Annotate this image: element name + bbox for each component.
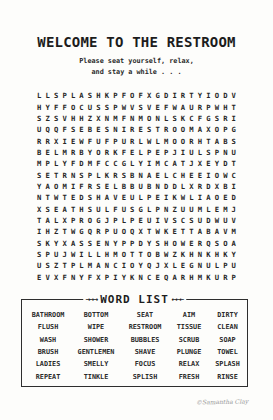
grid-cell-r13c12: Q xyxy=(128,226,136,237)
grid-cell-r16c5: P xyxy=(69,260,77,271)
artist-signature: ©Samantha Clay xyxy=(196,398,248,406)
grid-cell-r6c4: M xyxy=(60,147,68,158)
grid-cell-r12c10: P xyxy=(111,215,119,226)
grid-cell-r15c11: O xyxy=(120,249,128,260)
grid-cell-r16c1: U xyxy=(35,260,43,271)
grid-cell-r15c5: W xyxy=(69,249,77,260)
word-list-item: PLUNGE xyxy=(169,346,209,358)
grid-cell-r17c7: F xyxy=(86,272,94,283)
grid-cell-r9c13: U xyxy=(136,181,144,192)
grid-cell-r13c3: Z xyxy=(52,226,60,237)
grid-cell-r2c9: S xyxy=(103,101,111,112)
grid-cell-r1c12: O xyxy=(128,90,136,101)
grid-cell-r14c1: S xyxy=(35,237,43,248)
grid-cell-r4c16: R xyxy=(162,124,170,135)
grid-cell-r12c7: O xyxy=(86,215,94,226)
word-list-item: FLUSH xyxy=(25,321,71,333)
grid-cell-r7c15: M xyxy=(153,158,161,169)
letter-grid: LLSPLASHKPFOFXGDIRTYIODVHYFFOCUSSPWVSVEF… xyxy=(35,90,238,283)
word-list-item: AIM xyxy=(169,309,209,321)
grid-cell-r4c15: T xyxy=(153,124,161,135)
grid-cell-r6c18: I xyxy=(179,147,187,158)
grid-cell-r5c5: E xyxy=(69,135,77,146)
grid-cell-r5c8: U xyxy=(94,135,102,146)
grid-cell-r5c9: F xyxy=(103,135,111,146)
grid-cell-r3c21: G xyxy=(204,113,212,124)
grid-cell-r11c21: L xyxy=(204,203,212,214)
grid-cell-r6c6: B xyxy=(77,147,85,158)
grid-cell-r17c14: C xyxy=(145,272,153,283)
grid-cell-r9c20: R xyxy=(196,181,204,192)
grid-cell-r8c11: S xyxy=(120,169,128,180)
grid-cell-r17c9: P xyxy=(103,272,111,283)
grid-cell-r15c8: L xyxy=(94,249,102,260)
grid-cell-r16c18: E xyxy=(179,260,187,271)
grid-cell-r14c10: Y xyxy=(111,237,119,248)
word-list-item: RELAX xyxy=(169,358,209,370)
grid-cell-r1c18: R xyxy=(179,90,187,101)
grid-cell-r12c22: W xyxy=(213,215,221,226)
grid-cell-r4c23: P xyxy=(221,124,229,135)
grid-cell-r6c16: P xyxy=(162,147,170,158)
grid-cell-r15c18: K xyxy=(179,249,187,260)
grid-cell-r5c1: R xyxy=(35,135,43,146)
grid-cell-r4c8: E xyxy=(94,124,102,135)
grid-cell-r3c6: H xyxy=(77,113,85,124)
grid-cell-r5c20: H xyxy=(196,135,204,146)
grid-cell-r11c17: Z xyxy=(170,203,178,214)
grid-cell-r3c4: V xyxy=(60,113,68,124)
grid-cell-r7c16: C xyxy=(162,158,170,169)
grid-cell-r6c23: N xyxy=(221,147,229,158)
grid-cell-r16c13: Y xyxy=(136,260,144,271)
grid-cell-r8c17: C xyxy=(170,169,178,180)
grid-cell-r12c14: U xyxy=(145,215,153,226)
grid-cell-r13c8: R xyxy=(94,226,102,237)
grid-cell-r1c10: P xyxy=(111,90,119,101)
grid-cell-r8c14: A xyxy=(145,169,153,180)
word-list-title: WORD LIST xyxy=(100,293,169,306)
grid-cell-r2c11: W xyxy=(120,101,128,112)
grid-cell-r12c1: T xyxy=(35,215,43,226)
grid-cell-r15c15: B xyxy=(153,249,161,260)
grid-cell-r12c3: L xyxy=(52,215,60,226)
grid-cell-r8c12: B xyxy=(128,169,136,180)
grid-cell-r17c4: F xyxy=(60,272,68,283)
grid-cell-r7c1: M xyxy=(35,158,43,169)
grid-cell-r16c12: O xyxy=(128,260,136,271)
word-list-item: LADIES xyxy=(25,358,71,370)
grid-cell-r12c8: G xyxy=(94,215,102,226)
grid-cell-r1c6: A xyxy=(77,90,85,101)
grid-cell-r11c1: X xyxy=(35,203,43,214)
word-list-item: TISSUE xyxy=(169,321,209,333)
grid-cell-r10c20: I xyxy=(196,192,204,203)
grid-cell-r5c21: T xyxy=(204,135,212,146)
grid-cell-r6c11: F xyxy=(120,147,128,158)
grid-cell-r12c4: X xyxy=(60,215,68,226)
grid-cell-r1c9: K xyxy=(103,90,111,101)
grid-cell-r6c12: E xyxy=(128,147,136,158)
grid-cell-r8c19: E xyxy=(187,169,195,180)
grid-cell-r6c8: O xyxy=(94,147,102,158)
grid-cell-r5c14: W xyxy=(145,135,153,146)
grid-cell-r9c3: O xyxy=(52,181,60,192)
grid-cell-r14c14: Y xyxy=(145,237,153,248)
grid-cell-r11c20: M xyxy=(196,203,204,214)
grid-cell-r11c9: L xyxy=(103,203,111,214)
grid-cell-r9c1: Y xyxy=(35,181,43,192)
grid-cell-r5c12: R xyxy=(128,135,136,146)
grid-cell-r11c10: F xyxy=(111,203,119,214)
grid-cell-r4c9: S xyxy=(103,124,111,135)
grid-cell-r7c7: M xyxy=(86,158,94,169)
grid-cell-r13c9: P xyxy=(103,226,111,237)
grid-cell-r14c20: R xyxy=(196,237,204,248)
grid-cell-r9c9: E xyxy=(103,181,111,192)
grid-cell-r13c1: I xyxy=(35,226,43,237)
grid-cell-r9c10: L xyxy=(111,181,119,192)
grid-cell-r16c9: N xyxy=(103,260,111,271)
grid-cell-r3c7: Z xyxy=(86,113,94,124)
grid-cell-r6c17: J xyxy=(170,147,178,158)
grid-cell-r5c11: U xyxy=(120,135,128,146)
grid-cell-r2c7: U xyxy=(86,101,94,112)
grid-cell-r16c2: S xyxy=(43,260,51,271)
grid-cell-r9c7: R xyxy=(86,181,94,192)
grid-cell-r10c9: A xyxy=(103,192,111,203)
word-list-item: RESTROOM xyxy=(121,321,169,333)
grid-cell-r4c21: X xyxy=(204,124,212,135)
grid-cell-r7c3: L xyxy=(52,158,60,169)
grid-cell-r8c9: K xyxy=(103,169,111,180)
grid-cell-r7c2: P xyxy=(43,158,51,169)
grid-cell-r16c10: C xyxy=(111,260,119,271)
grid-cell-r7c8: F xyxy=(94,158,102,169)
grid-cell-r17c12: K xyxy=(128,272,136,283)
grid-cell-r17c24: P xyxy=(230,272,238,283)
grid-cell-r6c7: Y xyxy=(86,147,94,158)
grid-cell-r13c17: E xyxy=(170,226,178,237)
grid-cell-r4c2: Q xyxy=(43,124,51,135)
grid-cell-r14c12: P xyxy=(128,237,136,248)
word-list-item: TOWEL xyxy=(209,346,246,358)
word-list-item: RINSE xyxy=(209,370,246,382)
grid-cell-r3c14: O xyxy=(145,113,153,124)
grid-cell-r4c24: G xyxy=(230,124,238,135)
grid-cell-r13c4: T xyxy=(60,226,68,237)
grid-cell-r5c3: X xyxy=(52,135,60,146)
subtitle-line-2: and stay a while . . . xyxy=(0,67,273,78)
grid-cell-r17c17: A xyxy=(170,272,178,283)
word-list-item: BUBBLES xyxy=(121,334,169,346)
grid-cell-r9c2: A xyxy=(43,181,51,192)
grid-cell-r8c4: R xyxy=(60,169,68,180)
grid-cell-r10c5: E xyxy=(69,192,77,203)
grid-cell-r10c14: P xyxy=(145,192,153,203)
grid-cell-r5c23: B xyxy=(221,135,229,146)
grid-cell-r2c22: W xyxy=(213,101,221,112)
grid-cell-r6c13: L xyxy=(136,147,144,158)
page-title: WELCOME TO THE RESTROOM xyxy=(0,34,273,50)
grid-cell-r9c17: D xyxy=(170,181,178,192)
grid-cell-r15c6: I xyxy=(77,249,85,260)
grid-cell-r6c14: P xyxy=(145,147,153,158)
grid-cell-r13c10: U xyxy=(111,226,119,237)
grid-cell-r17c22: U xyxy=(213,272,221,283)
grid-cell-r1c2: L xyxy=(43,90,51,101)
grid-cell-r6c9: R xyxy=(103,147,111,158)
grid-cell-r6c5: R xyxy=(69,147,77,158)
grid-cell-r17c20: M xyxy=(196,272,204,283)
grid-cell-r5c7: F xyxy=(86,135,94,146)
grid-cell-r1c11: F xyxy=(120,90,128,101)
word-list-item: SCRUB xyxy=(169,334,209,346)
word-list-item: WASH xyxy=(25,334,71,346)
word-list-item: SEAT xyxy=(121,309,169,321)
grid-cell-r13c18: T xyxy=(179,226,187,237)
grid-cell-r6c20: L xyxy=(196,147,204,158)
grid-cell-r9c18: L xyxy=(179,181,187,192)
grid-cell-r13c14: T xyxy=(145,226,153,237)
grid-cell-r7c10: C xyxy=(111,158,119,169)
grid-cell-r16c7: M xyxy=(86,260,94,271)
grid-cell-r14c18: W xyxy=(179,237,187,248)
grid-cell-r1c21: I xyxy=(204,90,212,101)
grid-cell-r8c10: R xyxy=(111,169,119,180)
grid-cell-r15c7: L xyxy=(86,249,94,260)
grid-cell-r5c19: R xyxy=(187,135,195,146)
grid-cell-r10c23: E xyxy=(221,192,229,203)
grid-cell-r2c4: F xyxy=(60,101,68,112)
grid-cell-r1c17: I xyxy=(170,90,178,101)
grid-cell-r14c24: A xyxy=(230,237,238,248)
grid-cell-r3c2: Z xyxy=(43,113,51,124)
grid-cell-r7c20: X xyxy=(196,158,204,169)
grid-cell-r13c23: V xyxy=(221,226,229,237)
grid-cell-r1c13: F xyxy=(136,90,144,101)
grid-cell-r16c20: N xyxy=(196,260,204,271)
grid-cell-r10c10: V xyxy=(111,192,119,203)
grid-cell-r15c1: S xyxy=(35,249,43,260)
grid-cell-r12c6: R xyxy=(77,215,85,226)
grid-cell-r7c19: J xyxy=(187,158,195,169)
grid-cell-r12c24: V xyxy=(230,215,238,226)
grid-cell-r1c4: P xyxy=(60,90,68,101)
grid-cell-r17c10: I xyxy=(111,272,119,283)
grid-cell-r7c6: D xyxy=(77,158,85,169)
grid-cell-r9c14: B xyxy=(145,181,153,192)
grid-cell-r4c5: S xyxy=(69,124,77,135)
grid-cell-r12c23: U xyxy=(221,215,229,226)
grid-cell-r13c2: H xyxy=(43,226,51,237)
grid-cell-r3c8: X xyxy=(94,113,102,124)
grid-cell-r12c12: P xyxy=(128,215,136,226)
grid-cell-r13c19: T xyxy=(187,226,195,237)
word-list-item: FOCUS xyxy=(121,358,169,370)
grid-cell-r10c17: K xyxy=(170,192,178,203)
grid-cell-r14c16: H xyxy=(162,237,170,248)
grid-cell-r14c17: O xyxy=(170,237,178,248)
grid-cell-r7c23: D xyxy=(221,158,229,169)
grid-cell-r8c15: E xyxy=(153,169,161,180)
grid-cell-r7c17: A xyxy=(170,158,178,169)
subtitle-line-1: Please seat yourself, relax, xyxy=(0,56,273,67)
grid-cell-r2c6: C xyxy=(77,101,85,112)
grid-cell-r8c22: O xyxy=(213,169,221,180)
grid-cell-r11c16: N xyxy=(162,203,170,214)
grid-cell-r4c10: N xyxy=(111,124,119,135)
grid-cell-r3c18: K xyxy=(179,113,187,124)
grid-cell-r9c12: B xyxy=(128,181,136,192)
grid-cell-r12c13: E xyxy=(136,215,144,226)
grid-cell-r7c14: I xyxy=(145,158,153,169)
grid-cell-r11c7: S xyxy=(86,203,94,214)
grid-cell-r7c13: Y xyxy=(136,158,144,169)
grid-cell-r11c4: A xyxy=(60,203,68,214)
word-list-header: →→→ WORD LIST ←←← xyxy=(83,293,187,306)
grid-cell-r6c21: S xyxy=(204,147,212,158)
grid-cell-r7c5: F xyxy=(69,158,77,169)
grid-cell-r16c24: U xyxy=(230,260,238,271)
grid-cell-r12c16: V xyxy=(162,215,170,226)
grid-cell-r14c7: S xyxy=(86,237,94,248)
grid-cell-r13c22: A xyxy=(213,226,221,237)
grid-cell-r8c2: E xyxy=(43,169,51,180)
grid-cell-r1c19: T xyxy=(187,90,195,101)
grid-cell-r17c8: X xyxy=(94,272,102,283)
grid-cell-r14c21: Q xyxy=(204,237,212,248)
grid-cell-r10c11: E xyxy=(120,192,128,203)
grid-cell-r16c19: G xyxy=(187,260,195,271)
grid-cell-r14c11: P xyxy=(120,237,128,248)
grid-cell-r6c22: P xyxy=(213,147,221,158)
grid-cell-r2c8: S xyxy=(94,101,102,112)
grid-cell-r16c22: L xyxy=(213,260,221,271)
grid-cell-r13c15: W xyxy=(153,226,161,237)
grid-cell-r10c3: W xyxy=(52,192,60,203)
grid-cell-r8c23: W xyxy=(221,169,229,180)
grid-cell-r16c14: Q xyxy=(145,260,153,271)
grid-cell-r9c6: F xyxy=(77,181,85,192)
grid-cell-r5c4: I xyxy=(60,135,68,146)
grid-cell-r13c5: W xyxy=(69,226,77,237)
grid-cell-r11c6: H xyxy=(77,203,85,214)
grid-cell-r12c17: S xyxy=(170,215,178,226)
grid-cell-r11c23: M xyxy=(221,203,229,214)
grid-cell-r2c23: H xyxy=(221,101,229,112)
grid-cell-r14c4: X xyxy=(60,237,68,248)
grid-cell-r15c9: H xyxy=(103,249,111,260)
grid-cell-r11c22: E xyxy=(213,203,221,214)
grid-cell-r11c18: U xyxy=(179,203,187,214)
grid-cell-r11c13: G xyxy=(136,203,144,214)
grid-cell-r8c6: S xyxy=(77,169,85,180)
grid-cell-r4c7: B xyxy=(86,124,94,135)
grid-cell-r2c12: V xyxy=(128,101,136,112)
grid-cell-r1c24: V xyxy=(230,90,238,101)
word-list-item: BRUSH xyxy=(25,346,71,358)
grid-cell-r14c19: E xyxy=(187,237,195,248)
grid-cell-r16c11: I xyxy=(120,260,128,271)
grid-cell-r12c2: A xyxy=(43,215,51,226)
grid-cell-r4c22: O xyxy=(213,124,221,135)
grid-cell-r2c20: R xyxy=(196,101,204,112)
grid-cell-r14c3: Y xyxy=(52,237,60,248)
grid-cell-r10c24: D xyxy=(230,192,238,203)
grid-cell-r2c5: O xyxy=(69,101,77,112)
grid-cell-r1c7: S xyxy=(86,90,94,101)
grid-cell-r17c16: Q xyxy=(162,272,170,283)
grid-cell-r10c13: L xyxy=(136,192,144,203)
word-list-item: SHOWER xyxy=(71,334,121,346)
grid-cell-r13c16: K xyxy=(162,226,170,237)
grid-cell-r17c18: R xyxy=(179,272,187,283)
word-list-item: TINKLE xyxy=(71,370,121,382)
grid-cell-r10c21: A xyxy=(204,192,212,203)
word-list-item: FRESH xyxy=(169,370,209,382)
grid-cell-r4c1: U xyxy=(35,124,43,135)
grid-cell-r1c20: Y xyxy=(196,90,204,101)
grid-cell-r15c3: U xyxy=(52,249,60,260)
grid-cell-r3c12: N xyxy=(128,113,136,124)
grid-cell-r9c15: N xyxy=(153,181,161,192)
grid-cell-r1c1: L xyxy=(35,90,43,101)
grid-cell-r10c19: L xyxy=(187,192,195,203)
grid-cell-r17c23: R xyxy=(221,272,229,283)
grid-cell-r8c20: E xyxy=(196,169,204,180)
grid-cell-r17c19: H xyxy=(187,272,195,283)
grid-cell-r15c10: M xyxy=(111,249,119,260)
grid-cell-r3c20: F xyxy=(196,113,204,124)
grid-cell-r12c5: P xyxy=(69,215,77,226)
grid-cell-r16c8: A xyxy=(94,260,102,271)
grid-cell-r8c16: L xyxy=(162,169,170,180)
grid-cell-r7c21: E xyxy=(204,158,212,169)
grid-cell-r10c16: I xyxy=(162,192,170,203)
grid-cell-r12c15: I xyxy=(153,215,161,226)
grid-cell-r2c14: V xyxy=(145,101,153,112)
grid-cell-r2c16: F xyxy=(162,101,170,112)
grid-cell-r4c3: Q xyxy=(52,124,60,135)
grid-cell-r2c13: S xyxy=(136,101,144,112)
grid-cell-r6c15: E xyxy=(153,147,161,158)
grid-cell-r13c20: A xyxy=(196,226,204,237)
grid-cell-r11c8: U xyxy=(94,203,102,214)
grid-cell-r3c3: S xyxy=(52,113,60,124)
word-list-item: BATHROOM xyxy=(25,309,71,321)
grid-cell-r11c15: P xyxy=(153,203,161,214)
grid-cell-r10c4: T xyxy=(60,192,68,203)
grid-cell-r7c12: L xyxy=(128,158,136,169)
grid-cell-r13c7: Q xyxy=(86,226,94,237)
grid-cell-r8c5: N xyxy=(69,169,77,180)
grid-cell-r1c14: X xyxy=(145,90,153,101)
grid-cell-r15c21: K xyxy=(204,249,212,260)
grid-cell-r9c8: S xyxy=(94,181,102,192)
grid-cell-r3c22: S xyxy=(213,113,221,124)
grid-cell-r5c2: R xyxy=(43,135,51,146)
word-list-grid: BATHROOMBOTTOMSEATAIMDIRTYFLUSHWIPERESTR… xyxy=(25,309,244,383)
grid-cell-r10c8: H xyxy=(94,192,102,203)
grid-cell-r11c11: U xyxy=(120,203,128,214)
grid-cell-r1c8: H xyxy=(94,90,102,101)
grid-cell-r11c19: U xyxy=(187,203,195,214)
grid-cell-r5c6: W xyxy=(77,135,85,146)
grid-cell-r4c19: M xyxy=(187,124,195,135)
grid-cell-r9c5: I xyxy=(69,181,77,192)
grid-cell-r6c2: E xyxy=(43,147,51,158)
